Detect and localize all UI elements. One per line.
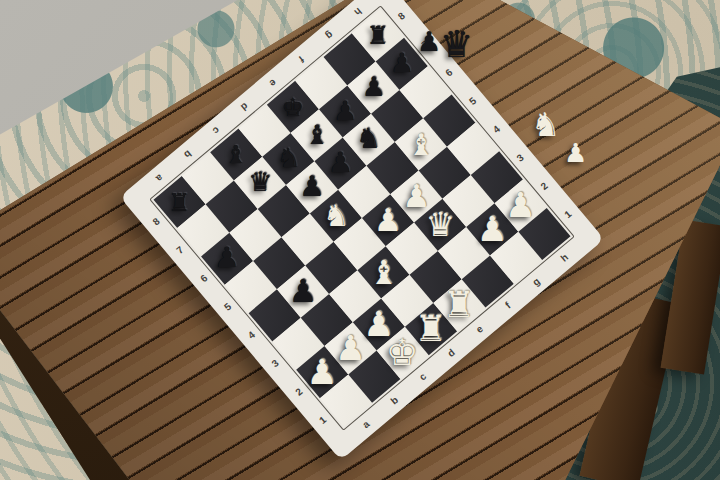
piece-black-queen-c7: ♛ (248, 170, 272, 197)
piece-white-queen-f3: ♛ (425, 208, 455, 241)
piece-black-rook-a8: ♜ (168, 190, 190, 215)
piece-black-pawn-b4: ♟ (289, 276, 317, 307)
piece-white-pawn-g2: ♟ (477, 212, 508, 247)
piece-white-pawn-b2: ♟ (335, 331, 366, 366)
piece-white-knight-d5: ♞ (323, 201, 350, 231)
piece-black-knight-f6: ♞ (356, 126, 381, 154)
photo-chessboard-scene: abcdefgh8♜♝♚♜87♛♞♝♟♟♟76♟♟♟♞65♞♝54♟♟♟43♝♛… (0, 0, 720, 480)
piece-black-bishop-c8: ♝ (225, 142, 247, 167)
captured-black-pawn: ♟ (417, 28, 441, 55)
piece-white-rook-e1: ♜ (443, 287, 475, 323)
piece-black-pawn-a6: ♟ (214, 245, 239, 273)
piece-black-king-e8: ♚ (282, 94, 304, 119)
captured-white-knight: ♞ (531, 108, 561, 141)
piece-black-pawn-e6: ♟ (328, 149, 353, 177)
piece-white-pawn-e4: ♟ (374, 205, 402, 236)
piece-black-pawn-f7: ♟ (333, 98, 357, 125)
piece-white-pawn-h2: ♟ (505, 188, 536, 223)
piece-black-pawn-d6: ♟ (300, 173, 325, 201)
piece-white-pawn-a2: ♟ (307, 355, 338, 390)
piece-white-bishop-d3: ♝ (369, 256, 399, 289)
piece-black-pawn-g7: ♟ (361, 74, 385, 101)
piece-black-pawn-h7: ♟ (390, 51, 414, 78)
spare-black-queen: ♛ (440, 26, 473, 63)
captured-white-pawn: ♟ (564, 140, 587, 166)
piece-black-bishop-e7: ♝ (305, 122, 329, 149)
piece-black-rook-h8: ♜ (367, 23, 389, 48)
piece-black-knight-d7: ♞ (276, 146, 300, 173)
piece-white-bishop-g5: ♝ (408, 129, 435, 159)
